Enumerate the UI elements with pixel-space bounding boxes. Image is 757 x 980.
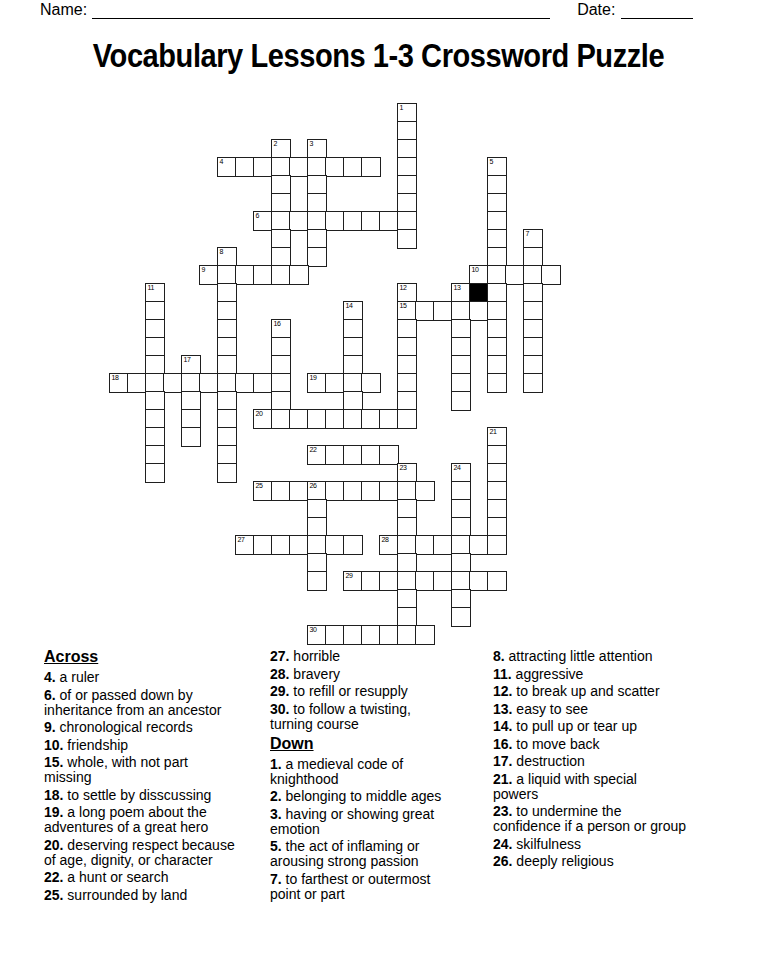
grid-cell[interactable] <box>217 427 237 447</box>
grid-cell[interactable] <box>271 355 291 375</box>
grid-cell[interactable] <box>469 535 489 555</box>
grid-cell[interactable] <box>271 157 291 177</box>
grid-cell[interactable] <box>271 409 291 429</box>
grid-cell[interactable]: 30 <box>307 625 327 645</box>
clue-num: 7. <box>270 871 282 887</box>
clue-num: 6. <box>44 687 56 703</box>
clue-item: 21. a liquid with special powers <box>493 772 743 802</box>
clue-number: 4 <box>220 158 224 166</box>
grid-cell[interactable] <box>271 481 291 501</box>
grid-cell[interactable]: 12 <box>397 283 417 303</box>
clue-number: 2 <box>274 140 278 148</box>
grid-cell[interactable] <box>181 427 201 447</box>
grid-cell[interactable] <box>397 193 417 213</box>
grid-cell[interactable] <box>271 211 291 231</box>
grid-cell[interactable] <box>217 463 237 483</box>
grid-cell[interactable] <box>379 211 399 231</box>
grid-cell[interactable] <box>217 301 237 321</box>
grid-cell[interactable] <box>325 481 345 501</box>
clue-item: 26. deeply religious <box>493 854 743 869</box>
clue-num: 19. <box>44 804 63 820</box>
grid-cell[interactable] <box>307 409 327 429</box>
grid-cell[interactable] <box>181 373 201 393</box>
grid-cell[interactable] <box>523 337 543 357</box>
grid-cell[interactable] <box>397 229 417 249</box>
grid-cell[interactable] <box>487 571 507 591</box>
grid-cell[interactable] <box>217 391 237 411</box>
grid-cell[interactable] <box>217 409 237 429</box>
grid-cell[interactable] <box>181 409 201 429</box>
clues-column-3: 8. attracting little attention11. aggres… <box>493 649 743 872</box>
grid-cell[interactable] <box>487 247 507 267</box>
grid-cell[interactable] <box>145 337 165 357</box>
clue-item: 6. of or passed down by inheritance from… <box>44 688 268 718</box>
grid-cell[interactable] <box>307 157 327 177</box>
grid-cell[interactable] <box>397 373 417 393</box>
grid-cell[interactable] <box>343 337 363 357</box>
clue-number: 19 <box>310 374 317 382</box>
clue-number: 29 <box>346 572 353 580</box>
grid-cell[interactable] <box>361 625 381 645</box>
grid-cell[interactable] <box>451 301 471 321</box>
grid-cell[interactable] <box>289 211 309 231</box>
grid-cell[interactable]: 11 <box>145 283 165 303</box>
clue-number: 27 <box>238 536 245 544</box>
clue-num: 4. <box>44 669 56 685</box>
grid-cell[interactable] <box>307 229 327 249</box>
page-title: Vocabulary Lessons 1-3 Crossword Puzzle <box>45 37 711 75</box>
grid-cell[interactable] <box>361 409 381 429</box>
grid-cell[interactable] <box>253 265 273 285</box>
grid-cell[interactable] <box>271 337 291 357</box>
grid-cell[interactable] <box>307 211 327 231</box>
grid-cell[interactable] <box>361 571 381 591</box>
clue-item: 22. a hunt or search <box>44 870 268 885</box>
clue-number: 14 <box>346 302 353 310</box>
grid-cell[interactable] <box>289 481 309 501</box>
clue-num: 20. <box>44 837 63 853</box>
grid-cell[interactable]: 14 <box>343 301 363 321</box>
grid-cell[interactable] <box>325 409 345 429</box>
grid-cell[interactable]: 29 <box>343 571 363 591</box>
down-header: Down <box>270 736 494 751</box>
grid-cell[interactable] <box>307 247 327 267</box>
grid-cell[interactable]: 13 <box>451 283 471 303</box>
grid-cell[interactable] <box>523 283 543 303</box>
clue-item: 27. horrible <box>270 649 494 664</box>
grid-cell[interactable] <box>361 157 381 177</box>
clue-num: 27. <box>270 648 289 664</box>
grid-cell[interactable] <box>217 337 237 357</box>
grid-cell[interactable] <box>451 607 471 627</box>
grid-cell[interactable]: 16 <box>271 319 291 339</box>
grid-cell[interactable] <box>397 139 417 159</box>
grid-cell[interactable]: 27 <box>235 535 255 555</box>
grid-cell[interactable] <box>145 373 165 393</box>
grid-cell[interactable] <box>487 535 507 555</box>
grid-cell[interactable] <box>271 247 291 267</box>
grid-cell[interactable] <box>253 535 273 555</box>
grid-cell[interactable]: 9 <box>199 265 219 285</box>
grid-cell[interactable] <box>325 445 345 465</box>
grid-cell[interactable] <box>379 481 399 501</box>
clue-num: 11. <box>493 666 512 682</box>
grid-cell[interactable] <box>271 391 291 411</box>
grid-cell[interactable] <box>397 337 417 357</box>
clue-item: 28. bravery <box>270 667 494 682</box>
grid-cell[interactable] <box>271 193 291 213</box>
clue-num: 14. <box>493 718 512 734</box>
grid-cell[interactable] <box>397 517 417 537</box>
clue-number: 13 <box>454 284 461 292</box>
grid-cell[interactable] <box>451 355 471 375</box>
grid-cell[interactable] <box>487 481 507 501</box>
clue-item: 17. destruction <box>493 754 743 769</box>
grid-cell[interactable] <box>397 319 417 339</box>
clue-num: 16. <box>493 736 512 752</box>
clue-item: 14. to pull up or tear up <box>493 719 743 734</box>
grid-cell[interactable] <box>271 229 291 249</box>
clue-number: 22 <box>310 446 317 454</box>
grid-cell[interactable] <box>379 625 399 645</box>
grid-cell[interactable] <box>523 355 543 375</box>
grid-cell[interactable] <box>343 409 363 429</box>
grid-cell[interactable]: 20 <box>253 409 273 429</box>
grid-cell[interactable] <box>523 247 543 267</box>
clue-item: 12. to break up and scatter <box>493 684 743 699</box>
grid-cell[interactable] <box>307 553 327 573</box>
grid-cell[interactable] <box>217 373 237 393</box>
grid-cell[interactable] <box>343 445 363 465</box>
grid-cell[interactable] <box>397 157 417 177</box>
clues-column-2: 27. horrible28. bravery29. to refill or … <box>270 649 494 904</box>
name-input-line[interactable] <box>92 3 550 19</box>
grid-cell[interactable] <box>487 463 507 483</box>
grid-cell[interactable]: 18 <box>109 373 129 393</box>
name-label: Name: <box>40 1 87 19</box>
grid-cell[interactable]: 19 <box>307 373 327 393</box>
clue-number: 25 <box>256 482 263 490</box>
clue-item: 13. easy to see <box>493 702 743 717</box>
grid-cell[interactable] <box>397 355 417 375</box>
grid-cell[interactable] <box>451 571 471 591</box>
grid-cell[interactable] <box>307 535 327 555</box>
grid-cell[interactable] <box>343 391 363 411</box>
clue-num: 13. <box>493 701 512 717</box>
grid-cell[interactable] <box>433 301 453 321</box>
grid-cell[interactable] <box>451 589 471 609</box>
grid-cell[interactable] <box>487 373 507 393</box>
grid-cell[interactable] <box>451 373 471 393</box>
grid-cell[interactable]: 21 <box>487 427 507 447</box>
grid-cell[interactable] <box>487 301 507 321</box>
grid-cell[interactable] <box>541 265 561 285</box>
clue-number: 20 <box>256 410 263 418</box>
grid-cell[interactable] <box>451 517 471 537</box>
grid-cell[interactable]: 15 <box>397 301 417 321</box>
grid-cell[interactable] <box>451 499 471 519</box>
clue-item: 25. surrounded by land <box>44 888 268 903</box>
clue-number: 21 <box>490 428 497 436</box>
grid-cell[interactable] <box>487 337 507 357</box>
grid-cell[interactable] <box>217 283 237 303</box>
clue-num: 28. <box>270 666 289 682</box>
clue-item: 8. attracting little attention <box>493 649 743 664</box>
grid-cell[interactable] <box>487 265 507 285</box>
grid-cell[interactable] <box>505 265 525 285</box>
clue-item: 3. having or showing great emotion <box>270 807 494 837</box>
grid-cell[interactable] <box>271 535 291 555</box>
grid-cell[interactable] <box>397 607 417 627</box>
clue-number: 24 <box>454 464 461 472</box>
clue-num: 8. <box>493 648 505 664</box>
grid-cell[interactable] <box>523 319 543 339</box>
clue-number: 28 <box>382 536 389 544</box>
clue-number: 16 <box>274 320 281 328</box>
grid-cell[interactable]: 25 <box>253 481 273 501</box>
clue-item: 10. friendship <box>44 738 268 753</box>
clue-item: 1. a medieval code of knighthood <box>270 757 494 787</box>
grid-cell[interactable] <box>217 355 237 375</box>
across-header: Across <box>44 649 268 664</box>
grid-cell[interactable] <box>127 373 147 393</box>
grid-cell[interactable] <box>397 211 417 231</box>
clue-num: 24. <box>493 836 512 852</box>
grid-cell[interactable] <box>451 553 471 573</box>
grid-cell[interactable] <box>145 445 165 465</box>
clue-number: 23 <box>400 464 407 472</box>
clue-num: 12. <box>493 683 512 699</box>
grid-cell[interactable] <box>487 517 507 537</box>
grid-cell[interactable] <box>397 121 417 141</box>
clue-item: 18. to settle by disscussing <box>44 788 268 803</box>
date-input-line[interactable] <box>621 3 693 19</box>
clue-number: 10 <box>472 266 479 274</box>
clue-item: 4. a ruler <box>44 670 268 685</box>
grid-cell[interactable] <box>199 373 219 393</box>
grid-cell[interactable] <box>523 373 543 393</box>
grid-cell[interactable] <box>343 157 363 177</box>
grid-cell[interactable] <box>361 445 381 465</box>
grid-cell[interactable] <box>271 265 291 285</box>
grid-cell[interactable] <box>181 391 201 411</box>
clue-num: 9. <box>44 719 56 735</box>
grid-cell[interactable] <box>397 553 417 573</box>
grid-cell[interactable] <box>253 157 273 177</box>
clue-number: 17 <box>184 356 191 364</box>
grid-cell[interactable] <box>343 373 363 393</box>
grid-cell[interactable] <box>145 463 165 483</box>
worksheet-header: Name: Date: <box>40 1 717 19</box>
grid-cell[interactable] <box>451 535 471 555</box>
grid-cell[interactable] <box>469 301 489 321</box>
grid-cell[interactable]: 7 <box>523 229 543 249</box>
grid-cell[interactable] <box>397 391 417 411</box>
grid-cell[interactable] <box>487 193 507 213</box>
grid-cell[interactable]: 2 <box>271 139 291 159</box>
grid-cell[interactable] <box>145 391 165 411</box>
grid-cell[interactable] <box>217 265 237 285</box>
grid-cell[interactable]: 23 <box>397 463 417 483</box>
grid-cell[interactable] <box>487 211 507 231</box>
grid-cell[interactable] <box>145 409 165 429</box>
grid-cell[interactable] <box>325 373 345 393</box>
grid-cell[interactable] <box>487 283 507 303</box>
grid-cell[interactable] <box>343 319 363 339</box>
grid-cell[interactable] <box>415 535 435 555</box>
grid-cell[interactable] <box>235 373 255 393</box>
grid-cell[interactable] <box>307 193 327 213</box>
clue-item: 9. chronological records <box>44 720 268 735</box>
clue-number: 1 <box>400 104 404 112</box>
clue-number: 12 <box>400 284 407 292</box>
clue-num: 22. <box>44 869 63 885</box>
grid-cell[interactable] <box>487 319 507 339</box>
clue-item: 16. to move back <box>493 737 743 752</box>
clue-item: 5. the act of inflaming or arousing stro… <box>270 839 494 869</box>
grid-cell[interactable] <box>289 535 309 555</box>
grid-cell[interactable] <box>253 373 273 393</box>
grid-cell[interactable] <box>397 409 417 429</box>
grid-cell[interactable]: 22 <box>307 445 327 465</box>
grid-cell[interactable] <box>271 175 291 195</box>
grid-cell[interactable] <box>361 373 381 393</box>
clue-num: 25. <box>44 887 63 903</box>
clue-item: 2. belonging to middle ages <box>270 789 494 804</box>
clue-num: 29. <box>270 683 289 699</box>
clue-number: 8 <box>220 248 224 256</box>
clue-number: 6 <box>256 212 260 220</box>
grid-cell[interactable] <box>487 445 507 465</box>
grid-cell[interactable] <box>487 499 507 519</box>
grid-cell[interactable] <box>289 265 309 285</box>
grid-cell[interactable] <box>487 229 507 249</box>
grid-cell[interactable] <box>523 265 543 285</box>
clue-item: 7. to farthest or outermost point or par… <box>270 872 494 902</box>
grid-cell[interactable] <box>415 301 435 321</box>
clue-item: 30. to follow a twisting, turning course <box>270 702 494 732</box>
grid-cell[interactable] <box>523 301 543 321</box>
grid-cell[interactable] <box>343 625 363 645</box>
grid-cell[interactable]: 3 <box>307 139 327 159</box>
date-label: Date: <box>577 1 615 19</box>
grid-cell[interactable] <box>307 499 327 519</box>
grid-cell[interactable]: 6 <box>253 211 273 231</box>
grid-cell[interactable] <box>325 157 345 177</box>
grid-cell[interactable] <box>325 625 345 645</box>
grid-cell[interactable] <box>379 571 399 591</box>
grid-cell[interactable]: 26 <box>307 481 327 501</box>
grid-cell[interactable] <box>145 301 165 321</box>
grid-cell[interactable] <box>145 427 165 447</box>
grid-cell[interactable] <box>289 157 309 177</box>
clue-item: 23. to undermine the confidence if a per… <box>493 804 743 834</box>
grid-cell[interactable] <box>271 373 291 393</box>
grid-cell[interactable] <box>235 157 255 177</box>
grid-cell[interactable] <box>343 355 363 375</box>
grid-cell[interactable] <box>415 481 435 501</box>
clue-item: 29. to refill or resupply <box>270 684 494 699</box>
clue-number: 30 <box>310 626 317 634</box>
grid-cell[interactable]: 5 <box>487 157 507 177</box>
crossword-worksheet: Name: Date: Vocabulary Lessons 1-3 Cross… <box>0 0 757 980</box>
grid-cell[interactable] <box>397 589 417 609</box>
grid-cell[interactable] <box>307 175 327 195</box>
clue-item: 11. aggressive <box>493 667 743 682</box>
grid-cell[interactable] <box>433 571 453 591</box>
grid-cell[interactable] <box>289 409 309 429</box>
grid-cell[interactable] <box>361 211 381 231</box>
grid-cell[interactable] <box>235 265 255 285</box>
grid-cell[interactable]: 4 <box>217 157 237 177</box>
grid-cell[interactable]: 17 <box>181 355 201 375</box>
grid-cell[interactable]: 10 <box>469 265 489 285</box>
grid-cell[interactable] <box>217 319 237 339</box>
grid-cell[interactable] <box>397 499 417 519</box>
grid-cell[interactable] <box>163 373 183 393</box>
grid-cell[interactable]: 8 <box>217 247 237 267</box>
clue-number: 9 <box>202 266 206 274</box>
clue-item: 20. deserving respect because of age, di… <box>44 838 268 868</box>
grid-cell[interactable] <box>145 319 165 339</box>
clue-item: 15. whole, with not part missing <box>44 755 268 785</box>
clue-num: 1. <box>270 756 282 772</box>
clue-item: 19. a long poem about the adventures of … <box>44 805 268 835</box>
grid-cell[interactable] <box>415 571 435 591</box>
grid-cell[interactable] <box>469 571 489 591</box>
clue-num: 2. <box>270 788 282 804</box>
clue-item: 24. skilfulness <box>493 837 743 852</box>
grid-cell[interactable] <box>361 481 381 501</box>
grid-cell[interactable]: 24 <box>451 463 471 483</box>
grid-cell[interactable] <box>307 517 327 537</box>
clue-num: 21. <box>493 771 512 787</box>
clue-num: 23. <box>493 803 512 819</box>
grid-cell[interactable] <box>325 211 345 231</box>
grid-cell[interactable] <box>451 481 471 501</box>
grid-cell[interactable] <box>325 535 345 555</box>
grid-cell[interactable] <box>217 445 237 465</box>
grid-cell[interactable] <box>451 391 471 411</box>
grid-cell[interactable] <box>397 625 417 645</box>
grid-cell[interactable] <box>307 571 327 591</box>
grid-cell[interactable] <box>379 445 399 465</box>
grid-cell[interactable] <box>379 409 399 429</box>
clue-num: 10. <box>44 737 63 753</box>
grid-cell[interactable] <box>397 571 417 591</box>
black-cell <box>469 283 489 303</box>
grid-cell[interactable] <box>343 535 363 555</box>
grid-cell[interactable] <box>397 175 417 195</box>
grid-cell[interactable] <box>415 625 435 645</box>
grid-cell[interactable] <box>145 355 165 375</box>
grid-cell[interactable] <box>397 535 417 555</box>
grid-cell[interactable] <box>343 481 363 501</box>
grid-cell[interactable]: 1 <box>397 103 417 123</box>
grid-cell[interactable] <box>397 481 417 501</box>
clue-num: 30. <box>270 701 289 717</box>
grid-cell[interactable]: 28 <box>379 535 399 555</box>
clue-num: 3. <box>270 806 282 822</box>
grid-cell[interactable] <box>451 337 471 357</box>
grid-cell[interactable] <box>487 175 507 195</box>
clue-number: 3 <box>310 140 314 148</box>
grid-cell[interactable] <box>487 355 507 375</box>
grid-cell[interactable] <box>433 535 453 555</box>
grid-cell[interactable] <box>451 319 471 339</box>
clue-number: 5 <box>490 158 494 166</box>
grid-cell[interactable] <box>343 211 363 231</box>
